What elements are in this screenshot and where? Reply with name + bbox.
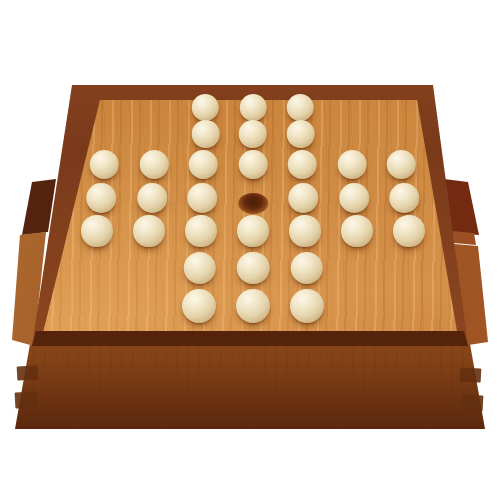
- cell-g6: [387, 248, 441, 288]
- cell-e7[interactable]: [280, 286, 334, 326]
- cell-e6[interactable]: [280, 248, 334, 288]
- cell-d5[interactable]: [227, 211, 279, 251]
- cell-c6[interactable]: [173, 248, 227, 288]
- dovetail-joint: [15, 391, 38, 408]
- marble[interactable]: [390, 183, 420, 213]
- marble[interactable]: [189, 150, 218, 179]
- marble[interactable]: [290, 289, 324, 323]
- marble[interactable]: [239, 150, 268, 179]
- cell-a6: [66, 248, 120, 288]
- marble[interactable]: [289, 215, 321, 247]
- marble[interactable]: [237, 215, 269, 247]
- cell-f7: [334, 286, 388, 326]
- marble[interactable]: [236, 289, 270, 323]
- marble[interactable]: [237, 252, 270, 285]
- cell-d6[interactable]: [226, 248, 280, 288]
- cell-a7: [64, 286, 118, 326]
- marble[interactable]: [81, 215, 113, 247]
- board-row-7: [64, 286, 442, 326]
- marble[interactable]: [137, 183, 167, 213]
- cell-c5[interactable]: [175, 211, 227, 251]
- marble[interactable]: [290, 252, 323, 285]
- dovetail-joint: [17, 365, 39, 380]
- cell-g5[interactable]: [383, 211, 435, 251]
- cell-f5[interactable]: [331, 211, 383, 251]
- marble[interactable]: [288, 150, 317, 179]
- cell-d7[interactable]: [226, 286, 280, 326]
- board-row-5: [71, 211, 435, 251]
- marble[interactable]: [341, 215, 373, 247]
- marble[interactable]: [393, 215, 425, 247]
- marble[interactable]: [183, 252, 216, 285]
- cell-e5[interactable]: [279, 211, 331, 251]
- cell-b6: [119, 248, 173, 288]
- cell-a5[interactable]: [71, 211, 123, 251]
- marble[interactable]: [338, 150, 367, 179]
- cell-b5[interactable]: [123, 211, 175, 251]
- cell-g7: [388, 286, 442, 326]
- marble[interactable]: [289, 183, 319, 213]
- marble[interactable]: [185, 215, 217, 247]
- dovetail-joint: [460, 367, 482, 382]
- marble[interactable]: [339, 183, 369, 213]
- marble[interactable]: [387, 150, 416, 179]
- marble[interactable]: [90, 150, 119, 179]
- cell-f6: [333, 248, 387, 288]
- marble[interactable]: [182, 289, 216, 323]
- marble[interactable]: [87, 183, 117, 213]
- cell-b7: [118, 286, 172, 326]
- marble[interactable]: [140, 150, 169, 179]
- dovetail-joint: [461, 394, 484, 411]
- marble[interactable]: [188, 183, 218, 213]
- board-row-6: [66, 248, 441, 288]
- cell-c7[interactable]: [172, 286, 226, 326]
- peg-solitaire-product-photo: [0, 0, 500, 500]
- marble[interactable]: [133, 215, 165, 247]
